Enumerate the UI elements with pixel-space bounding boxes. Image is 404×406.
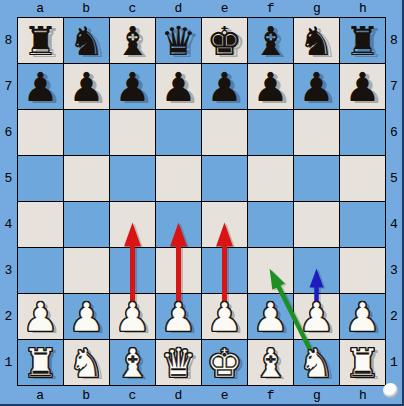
rank-label-2: 2 <box>0 294 17 340</box>
square-d8[interactable] <box>156 18 201 63</box>
square-e6[interactable] <box>202 110 247 155</box>
square-b5[interactable] <box>64 156 109 201</box>
square-g5[interactable] <box>294 156 339 201</box>
square-g7[interactable] <box>294 64 339 109</box>
square-a6[interactable] <box>18 110 63 155</box>
square-b6[interactable] <box>64 110 109 155</box>
square-a7[interactable] <box>18 64 63 109</box>
square-c1[interactable] <box>110 340 155 385</box>
square-c6[interactable] <box>110 110 155 155</box>
square-f2[interactable] <box>248 294 293 339</box>
square-b8[interactable] <box>64 18 109 63</box>
square-g8[interactable] <box>294 18 339 63</box>
square-e4[interactable] <box>202 202 247 247</box>
file-label-c: c <box>109 386 155 404</box>
file-label-d: d <box>155 0 201 17</box>
square-f3[interactable] <box>248 248 293 293</box>
rank-label-2: 2 <box>386 294 402 340</box>
file-labels-top: abcdefgh <box>17 0 386 17</box>
square-a2[interactable] <box>18 294 63 339</box>
square-b4[interactable] <box>64 202 109 247</box>
square-h8[interactable] <box>340 18 385 63</box>
rank-labels-right: 87654321 <box>386 17 402 386</box>
rank-label-3: 3 <box>0 248 17 294</box>
square-d7[interactable] <box>156 64 201 109</box>
square-e2[interactable] <box>202 294 247 339</box>
file-label-b: b <box>63 386 109 404</box>
square-c7[interactable] <box>110 64 155 109</box>
square-c4[interactable] <box>110 202 155 247</box>
square-g2[interactable] <box>294 294 339 339</box>
square-h6[interactable] <box>340 110 385 155</box>
square-g1[interactable] <box>294 340 339 385</box>
square-e5[interactable] <box>202 156 247 201</box>
square-h4[interactable] <box>340 202 385 247</box>
square-e7[interactable] <box>202 64 247 109</box>
square-b2[interactable] <box>64 294 109 339</box>
square-f8[interactable] <box>248 18 293 63</box>
square-c5[interactable] <box>110 156 155 201</box>
square-a8[interactable] <box>18 18 63 63</box>
file-label-g: g <box>294 0 340 17</box>
square-a1[interactable] <box>18 340 63 385</box>
square-f5[interactable] <box>248 156 293 201</box>
square-d4[interactable] <box>156 202 201 247</box>
rank-label-8: 8 <box>386 17 402 63</box>
file-label-f: f <box>248 0 294 17</box>
square-h5[interactable] <box>340 156 385 201</box>
square-c3[interactable] <box>110 248 155 293</box>
square-d3[interactable] <box>156 248 201 293</box>
square-g4[interactable] <box>294 202 339 247</box>
square-g3[interactable] <box>294 248 339 293</box>
square-b7[interactable] <box>64 64 109 109</box>
square-d2[interactable] <box>156 294 201 339</box>
rank-label-3: 3 <box>386 248 402 294</box>
file-label-g: g <box>294 386 340 404</box>
square-d1[interactable] <box>156 340 201 385</box>
square-b1[interactable] <box>64 340 109 385</box>
square-h3[interactable] <box>340 248 385 293</box>
rank-labels-left: 87654321 <box>0 17 17 386</box>
file-label-f: f <box>248 386 294 404</box>
square-a3[interactable] <box>18 248 63 293</box>
rank-label-1: 1 <box>0 340 17 386</box>
chess-board-frame: abcdefgh abcdefgh 87654321 87654321 ♜♞♝♛… <box>0 0 404 406</box>
square-g6[interactable] <box>294 110 339 155</box>
square-b3[interactable] <box>64 248 109 293</box>
board-squares <box>17 17 386 386</box>
square-f6[interactable] <box>248 110 293 155</box>
square-f7[interactable] <box>248 64 293 109</box>
file-label-c: c <box>109 0 155 17</box>
board: ♜♞♝♛♚♝♞♜♟♟♟♟♟♟♟♟♟♟♟♟♟♟♟♟♜♞♝♛♚♝♞♜ <box>17 17 386 386</box>
square-e1[interactable] <box>202 340 247 385</box>
file-label-b: b <box>63 0 109 17</box>
file-label-h: h <box>340 386 386 404</box>
square-d6[interactable] <box>156 110 201 155</box>
file-label-e: e <box>202 386 248 404</box>
file-label-e: e <box>202 0 248 17</box>
rank-label-6: 6 <box>386 109 402 155</box>
file-label-d: d <box>155 386 201 404</box>
file-label-h: h <box>340 0 386 17</box>
square-f4[interactable] <box>248 202 293 247</box>
square-e8[interactable] <box>202 18 247 63</box>
square-h2[interactable] <box>340 294 385 339</box>
square-h7[interactable] <box>340 64 385 109</box>
square-h1[interactable] <box>340 340 385 385</box>
square-c8[interactable] <box>110 18 155 63</box>
rank-label-6: 6 <box>0 109 17 155</box>
rank-label-4: 4 <box>386 202 402 248</box>
rank-label-4: 4 <box>0 202 17 248</box>
square-a5[interactable] <box>18 156 63 201</box>
square-f1[interactable] <box>248 340 293 385</box>
file-label-a: a <box>17 386 63 404</box>
square-d5[interactable] <box>156 156 201 201</box>
square-c2[interactable] <box>110 294 155 339</box>
rank-label-5: 5 <box>386 155 402 201</box>
square-e3[interactable] <box>202 248 247 293</box>
rank-label-7: 7 <box>386 63 402 109</box>
square-a4[interactable] <box>18 202 63 247</box>
rank-label-8: 8 <box>0 17 17 63</box>
rank-label-1: 1 <box>386 340 402 386</box>
file-labels-bottom: abcdefgh <box>17 386 386 404</box>
file-label-a: a <box>17 0 63 17</box>
rank-label-7: 7 <box>0 63 17 109</box>
rank-label-5: 5 <box>0 155 17 201</box>
